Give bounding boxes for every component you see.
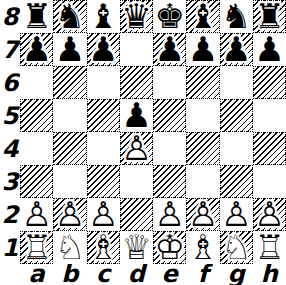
piece-black-pawn-a7: ♟	[20, 33, 53, 66]
square-b7[interactable]: ♟	[53, 33, 86, 66]
piece-black-pawn-f7: ♟	[186, 33, 219, 66]
piece-fill-glyph: ♟	[188, 31, 218, 65]
file-label-f: f	[186, 264, 219, 285]
corner-spacer	[0, 264, 20, 285]
file-label-d: d	[120, 264, 153, 285]
square-a5[interactable]	[20, 99, 53, 132]
square-b1[interactable]: ♞♘	[53, 231, 86, 264]
rank-label-1: 1	[0, 231, 20, 264]
square-g6[interactable]	[220, 66, 253, 99]
square-e4[interactable]	[153, 132, 186, 165]
square-f6[interactable]	[186, 66, 219, 99]
square-b4[interactable]	[53, 132, 86, 165]
piece-outline-glyph: ♙	[188, 196, 218, 230]
square-f5[interactable]	[186, 99, 219, 132]
piece-outline-glyph: ♘	[221, 229, 251, 263]
square-f7[interactable]: ♟	[186, 33, 219, 66]
piece-outline-glyph: ♙	[21, 196, 51, 230]
square-c1[interactable]: ♝♗	[87, 231, 120, 264]
piece-outline-glyph: ♙	[254, 196, 284, 230]
piece-outline-glyph: ♙	[55, 196, 85, 230]
piece-outline-glyph: ♖	[21, 229, 51, 263]
piece-black-pawn-h7: ♟	[253, 33, 286, 66]
square-d8[interactable]: ♛	[120, 0, 153, 33]
piece-white-bishop-f1: ♝♗	[186, 231, 219, 264]
rank-label-8: 8	[0, 0, 20, 33]
piece-fill-glyph: ♟	[21, 31, 51, 65]
piece-outline-glyph: ♔	[154, 229, 184, 263]
piece-fill-glyph: ♟	[254, 31, 284, 65]
file-label-e: e	[153, 264, 186, 285]
rank-labels: 87654321	[0, 0, 20, 264]
square-b6[interactable]	[53, 66, 86, 99]
piece-outline-glyph: ♘	[55, 229, 85, 263]
square-h5[interactable]	[253, 99, 286, 132]
file-labels: abcdefgh	[20, 264, 286, 285]
piece-black-queen-d8: ♛	[120, 0, 153, 33]
piece-fill-glyph: ♛	[121, 0, 151, 32]
square-a1[interactable]: ♜♖	[20, 231, 53, 264]
piece-outline-glyph: ♗	[88, 229, 118, 263]
rank-label-2: 2	[0, 198, 20, 231]
square-e5[interactable]	[153, 99, 186, 132]
square-d1[interactable]: ♛♕	[120, 231, 153, 264]
piece-outline-glyph: ♕	[121, 229, 151, 263]
square-h4[interactable]	[253, 132, 286, 165]
piece-black-pawn-g7: ♟	[220, 33, 253, 66]
file-label-a: a	[20, 264, 53, 285]
square-b5[interactable]	[53, 99, 86, 132]
square-g5[interactable]	[220, 99, 253, 132]
board: ♜♞♝♛♚♝♞♜♟♟♟♟♟♟♟♟♟♙♟♙♟♙♟♙♟♙♟♙♟♙♟♙♜♖♞♘♝♗♛♕…	[20, 0, 286, 264]
piece-black-pawn-e7: ♟	[153, 33, 186, 66]
rank-label-6: 6	[0, 66, 20, 99]
square-e7[interactable]: ♟	[153, 33, 186, 66]
piece-white-rook-h1: ♜♖	[253, 231, 286, 264]
piece-outline-glyph: ♗	[188, 229, 218, 263]
square-g1[interactable]: ♞♘	[220, 231, 253, 264]
piece-outline-glyph: ♙	[88, 196, 118, 230]
piece-fill-glyph: ♟	[121, 97, 151, 131]
square-c4[interactable]	[87, 132, 120, 165]
square-g4[interactable]	[220, 132, 253, 165]
piece-white-knight-g1: ♞♘	[220, 231, 253, 264]
file-label-c: c	[87, 264, 120, 285]
piece-white-queen-d1: ♛♕	[120, 231, 153, 264]
piece-fill-glyph: ♟	[55, 31, 85, 65]
square-a7[interactable]: ♟	[20, 33, 53, 66]
rank-label-7: 7	[0, 33, 20, 66]
square-c5[interactable]	[87, 99, 120, 132]
piece-white-bishop-c1: ♝♗	[87, 231, 120, 264]
piece-outline-glyph: ♙	[221, 196, 251, 230]
square-c6[interactable]	[87, 66, 120, 99]
piece-fill-glyph: ♟	[88, 31, 118, 65]
square-d7[interactable]	[120, 33, 153, 66]
chess-diagram: 87654321 ♜♞♝♛♚♝♞♜♟♟♟♟♟♟♟♟♟♙♟♙♟♙♟♙♟♙♟♙♟♙♟…	[0, 0, 286, 285]
piece-outline-glyph: ♖	[254, 229, 284, 263]
square-a6[interactable]	[20, 66, 53, 99]
square-d3[interactable]	[120, 165, 153, 198]
rank-label-3: 3	[0, 165, 20, 198]
piece-white-king-e1: ♚♔	[153, 231, 186, 264]
file-label-h: h	[253, 264, 286, 285]
square-g7[interactable]: ♟	[220, 33, 253, 66]
piece-white-pawn-d4: ♟♙	[120, 132, 153, 165]
square-e1[interactable]: ♚♔	[153, 231, 186, 264]
square-e6[interactable]	[153, 66, 186, 99]
rank-label-4: 4	[0, 132, 20, 165]
rank-label-5: 5	[0, 99, 20, 132]
square-a4[interactable]	[20, 132, 53, 165]
square-h7[interactable]: ♟	[253, 33, 286, 66]
square-c7[interactable]: ♟	[87, 33, 120, 66]
file-label-g: g	[220, 264, 253, 285]
square-f1[interactable]: ♝♗	[186, 231, 219, 264]
piece-black-pawn-c7: ♟	[87, 33, 120, 66]
square-f4[interactable]	[186, 132, 219, 165]
square-h1[interactable]: ♜♖	[253, 231, 286, 264]
piece-black-pawn-b7: ♟	[53, 33, 86, 66]
piece-fill-glyph: ♟	[221, 31, 251, 65]
piece-white-rook-a1: ♜♖	[20, 231, 53, 264]
piece-outline-glyph: ♙	[121, 130, 151, 164]
file-label-b: b	[53, 264, 86, 285]
square-h6[interactable]	[253, 66, 286, 99]
piece-outline-glyph: ♙	[154, 196, 184, 230]
piece-white-knight-b1: ♞♘	[53, 231, 86, 264]
piece-fill-glyph: ♟	[154, 31, 184, 65]
square-d4[interactable]: ♟♙	[120, 132, 153, 165]
